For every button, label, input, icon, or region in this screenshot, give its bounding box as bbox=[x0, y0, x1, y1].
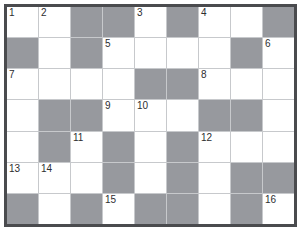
block-cell-r4c3 bbox=[103, 132, 134, 162]
clue-number-8: 8 bbox=[201, 69, 207, 81]
cell-r4c0[interactable] bbox=[7, 132, 38, 162]
clue-number-16: 16 bbox=[265, 194, 276, 206]
cell-r6c3[interactable]: 15 bbox=[103, 194, 134, 224]
cell-r1c8[interactable]: 6 bbox=[263, 38, 294, 68]
clue-number-10: 10 bbox=[137, 100, 148, 112]
cell-r3c0[interactable] bbox=[7, 100, 38, 130]
cell-r2c1[interactable] bbox=[39, 69, 70, 99]
clue-number-13: 13 bbox=[9, 163, 20, 175]
cell-r0c0[interactable]: 1 bbox=[7, 7, 38, 37]
block-cell-r6c5 bbox=[167, 194, 198, 224]
clue-number-2: 2 bbox=[41, 7, 47, 19]
clue-number-4: 4 bbox=[201, 7, 207, 19]
cell-r3c4[interactable]: 10 bbox=[135, 100, 166, 130]
block-cell-r0c8 bbox=[263, 7, 294, 37]
block-cell-r2c5 bbox=[167, 69, 198, 99]
block-cell-r0c3 bbox=[103, 7, 134, 37]
clue-number-15: 15 bbox=[105, 194, 116, 206]
block-cell-r4c1 bbox=[39, 132, 70, 162]
cell-r3c8[interactable] bbox=[263, 100, 294, 130]
cell-r1c1[interactable] bbox=[39, 38, 70, 68]
cell-r2c6[interactable]: 8 bbox=[199, 69, 230, 99]
block-cell-r6c2 bbox=[71, 194, 102, 224]
block-cell-r6c0 bbox=[7, 194, 38, 224]
crossword-board-frame: 12345678910111213141516 bbox=[4, 4, 297, 227]
block-cell-r3c1 bbox=[39, 100, 70, 130]
cell-r2c0[interactable]: 7 bbox=[7, 69, 38, 99]
cell-r4c8[interactable] bbox=[263, 132, 294, 162]
clue-number-6: 6 bbox=[265, 38, 271, 50]
cell-r2c8[interactable] bbox=[263, 69, 294, 99]
clue-number-11: 11 bbox=[73, 132, 83, 144]
block-cell-r0c5 bbox=[167, 7, 198, 37]
cell-r2c2[interactable] bbox=[71, 69, 102, 99]
cell-r6c8[interactable]: 16 bbox=[263, 194, 294, 224]
cell-r0c7[interactable] bbox=[231, 7, 262, 37]
block-cell-r1c7 bbox=[231, 38, 262, 68]
crossword-grid: 12345678910111213141516 bbox=[7, 7, 294, 224]
cell-r0c4[interactable]: 3 bbox=[135, 7, 166, 37]
cell-r3c5[interactable] bbox=[167, 100, 198, 130]
block-cell-r3c7 bbox=[231, 100, 262, 130]
cell-r4c2[interactable]: 11 bbox=[71, 132, 102, 162]
cell-r2c7[interactable] bbox=[231, 69, 262, 99]
cell-r1c3[interactable]: 5 bbox=[103, 38, 134, 68]
cell-r0c1[interactable]: 2 bbox=[39, 7, 70, 37]
clue-number-12: 12 bbox=[201, 132, 212, 144]
cell-r2c3[interactable] bbox=[103, 69, 134, 99]
cell-r1c4[interactable] bbox=[135, 38, 166, 68]
block-cell-r5c5 bbox=[167, 163, 198, 193]
block-cell-r0c2 bbox=[71, 7, 102, 37]
cell-r1c6[interactable] bbox=[199, 38, 230, 68]
cell-r5c2[interactable] bbox=[71, 163, 102, 193]
clue-number-14: 14 bbox=[41, 163, 52, 175]
block-cell-r6c7 bbox=[231, 194, 262, 224]
block-cell-r2c4 bbox=[135, 69, 166, 99]
cell-r0c6[interactable]: 4 bbox=[199, 7, 230, 37]
cell-r1c5[interactable] bbox=[167, 38, 198, 68]
clue-number-5: 5 bbox=[105, 38, 111, 50]
cell-r6c1[interactable] bbox=[39, 194, 70, 224]
cell-r6c6[interactable] bbox=[199, 194, 230, 224]
cell-r5c1[interactable]: 14 bbox=[39, 163, 70, 193]
block-cell-r3c6 bbox=[199, 100, 230, 130]
clue-number-1: 1 bbox=[9, 7, 15, 19]
cell-r4c7[interactable] bbox=[231, 132, 262, 162]
block-cell-r5c7 bbox=[231, 163, 262, 193]
block-cell-r6c4 bbox=[135, 194, 166, 224]
block-cell-r5c3 bbox=[103, 163, 134, 193]
cell-r4c6[interactable]: 12 bbox=[199, 132, 230, 162]
cell-r3c3[interactable]: 9 bbox=[103, 100, 134, 130]
block-cell-r1c2 bbox=[71, 38, 102, 68]
block-cell-r3c2 bbox=[71, 100, 102, 130]
clue-number-9: 9 bbox=[105, 100, 111, 112]
clue-number-3: 3 bbox=[137, 7, 143, 19]
clue-number-7: 7 bbox=[9, 69, 15, 81]
cell-r4c4[interactable] bbox=[135, 132, 166, 162]
cell-r5c6[interactable] bbox=[199, 163, 230, 193]
cell-r5c0[interactable]: 13 bbox=[7, 163, 38, 193]
block-cell-r5c8 bbox=[263, 163, 294, 193]
block-cell-r1c0 bbox=[7, 38, 38, 68]
block-cell-r4c5 bbox=[167, 132, 198, 162]
cell-r5c4[interactable] bbox=[135, 163, 166, 193]
